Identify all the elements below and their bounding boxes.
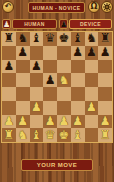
square-b7[interactable]: ♟	[16, 46, 30, 60]
chess-board: ♜♞♝♛♚♝♞♜♟♟♟♟♟♟♟♞♟♟♟♟♟♟♟♟♜♞♝♛♚♝♜	[1, 31, 113, 143]
square-d7[interactable]	[43, 46, 57, 60]
square-g7[interactable]: ♟	[85, 46, 99, 60]
square-g6[interactable]	[85, 60, 99, 74]
square-e1[interactable]: ♚	[57, 128, 71, 142]
white-pawn-piece: ♟	[58, 114, 69, 127]
square-e7[interactable]	[57, 46, 71, 60]
square-b5[interactable]	[16, 73, 30, 87]
square-d5[interactable]: ♟	[43, 73, 57, 87]
square-f5[interactable]	[71, 73, 85, 87]
white-queen-piece: ♛	[45, 128, 56, 141]
square-e4[interactable]	[57, 87, 71, 101]
square-g1[interactable]	[85, 128, 99, 142]
white-pawn-icon: ♟	[3, 20, 10, 29]
square-b1[interactable]: ♞	[16, 128, 30, 142]
black-rook-piece: ♜	[100, 32, 111, 45]
black-bishop-piece: ♝	[31, 32, 42, 45]
status-text: YOUR MOVE	[37, 162, 77, 168]
square-a6[interactable]: ♟	[2, 60, 16, 74]
black-queen-piece: ♛	[45, 32, 56, 45]
square-g3[interactable]: ♟	[85, 101, 99, 115]
square-g5[interactable]	[85, 73, 99, 87]
square-c5[interactable]	[30, 73, 44, 87]
status-banner: YOUR MOVE	[21, 159, 93, 171]
white-rook-piece: ♜	[3, 128, 14, 141]
square-e5[interactable]: ♞	[57, 73, 71, 87]
back-arrow-icon: ↶	[5, 2, 12, 12]
square-f1[interactable]: ♝	[71, 128, 85, 142]
square-d8[interactable]: ♛	[43, 32, 57, 46]
square-h1[interactable]: ♜	[98, 128, 112, 142]
device-player-label: DEVICE	[80, 21, 101, 27]
headset-button[interactable]: Ω	[88, 1, 100, 13]
human-player-label: HUMAN	[24, 21, 45, 27]
human-player-bar: HUMAN	[12, 19, 57, 29]
square-c6[interactable]: ♟	[30, 60, 44, 74]
square-a5[interactable]	[2, 73, 16, 87]
device-player-bar: DEVICE	[69, 19, 112, 29]
square-a8[interactable]: ♜	[2, 32, 16, 46]
black-pawn-icon: ♟	[60, 20, 67, 29]
square-f4[interactable]	[71, 87, 85, 101]
back-button[interactable]: ↶	[2, 1, 14, 13]
square-h5[interactable]	[98, 73, 112, 87]
black-bishop-piece: ♝	[72, 32, 83, 45]
square-a4[interactable]	[2, 87, 16, 101]
square-e8[interactable]: ♚	[57, 32, 71, 46]
white-king-piece: ♚	[58, 128, 69, 141]
white-rook-piece: ♜	[100, 128, 111, 141]
black-rook-piece: ♜	[3, 32, 14, 45]
square-h7[interactable]: ♟	[98, 46, 112, 60]
page-title: HUMAN - NOVICE	[33, 5, 81, 11]
black-pawn-piece: ♟	[31, 59, 42, 72]
black-pawn-piece: ♟	[100, 46, 111, 59]
square-d1[interactable]: ♛	[43, 128, 57, 142]
square-c8[interactable]: ♝	[30, 32, 44, 46]
white-pawn-piece: ♟	[100, 114, 111, 127]
square-h6[interactable]	[98, 60, 112, 74]
white-pawn-piece: ♟	[3, 114, 14, 127]
white-pawn-piece: ♟	[72, 114, 83, 127]
square-d4[interactable]	[43, 87, 57, 101]
square-c3[interactable]: ♟	[30, 101, 44, 115]
white-bishop-piece: ♝	[31, 128, 42, 141]
black-pawn-piece: ♟	[17, 46, 28, 59]
square-f6[interactable]	[71, 60, 85, 74]
square-a1[interactable]: ♜	[2, 128, 16, 142]
black-king-piece: ♚	[58, 32, 69, 45]
square-c1[interactable]: ♝	[30, 128, 44, 142]
black-pawn-piece: ♟	[45, 73, 56, 86]
app-window: ↶ HUMAN - NOVICE Ω ♟ HUMAN ♟ DEVICE ♜♞♝♛…	[0, 0, 114, 182]
black-knight-piece: ♞	[17, 32, 28, 45]
black-pawn-piece: ♟	[3, 59, 14, 72]
device-pawn-tile: ♟	[59, 19, 68, 29]
square-b6[interactable]	[16, 60, 30, 74]
white-knight-piece: ♞	[58, 73, 69, 86]
gear-icon	[103, 3, 111, 11]
white-pawn-piece: ♟	[17, 114, 28, 127]
square-h4[interactable]	[98, 87, 112, 101]
human-pawn-tile: ♟	[2, 19, 11, 29]
headset-icon: Ω	[91, 2, 98, 12]
square-b4[interactable]	[16, 87, 30, 101]
white-pawn-piece: ♟	[86, 101, 97, 114]
title-plaque: HUMAN - NOVICE	[28, 2, 85, 13]
black-knight-piece: ♞	[86, 32, 97, 45]
white-bishop-piece: ♝	[72, 128, 83, 141]
square-f7[interactable]: ♟	[71, 46, 85, 60]
settings-button[interactable]	[101, 1, 113, 13]
black-pawn-piece: ♟	[86, 46, 97, 59]
white-knight-piece: ♞	[17, 128, 28, 141]
white-pawn-piece: ♟	[45, 114, 56, 127]
white-pawn-piece: ♟	[31, 101, 42, 114]
square-g2[interactable]	[85, 115, 99, 129]
black-pawn-piece: ♟	[72, 46, 83, 59]
